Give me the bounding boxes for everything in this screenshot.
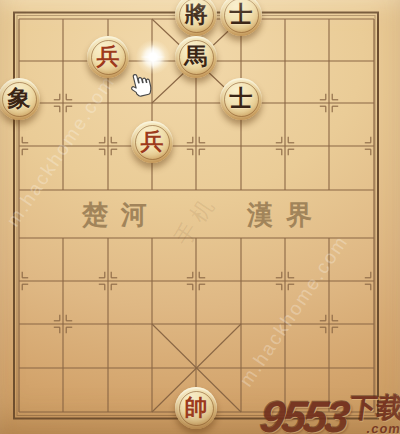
piece-character: 士 <box>220 78 262 120</box>
river-label-left: 楚河 <box>82 197 160 233</box>
piece-red-soldier[interactable]: 兵 <box>131 121 173 163</box>
piece-black-advisor[interactable]: 士 <box>220 0 262 36</box>
piece-red-general[interactable]: 帥 <box>175 387 217 429</box>
piece-character: 兵 <box>131 121 173 163</box>
piece-character: 將 <box>175 0 217 36</box>
piece-character: 士 <box>220 0 262 36</box>
river-label-right: 漢界 <box>247 197 325 233</box>
piece-character: 象 <box>0 78 40 120</box>
piece-red-soldier[interactable]: 兵 <box>87 36 129 78</box>
piece-character: 馬 <box>175 36 217 78</box>
piece-black-advisor[interactable]: 士 <box>220 78 262 120</box>
piece-character: 兵 <box>87 36 129 78</box>
piece-black-general[interactable]: 將 <box>175 0 217 36</box>
piece-character: 帥 <box>175 387 217 429</box>
piece-black-horse[interactable]: 馬 <box>175 36 217 78</box>
piece-black-elephant[interactable]: 象 <box>0 78 40 120</box>
xiangqi-board[interactable]: 楚河 漢界 m.hackhome.com m.hackhome.com 手机 將… <box>0 0 400 434</box>
